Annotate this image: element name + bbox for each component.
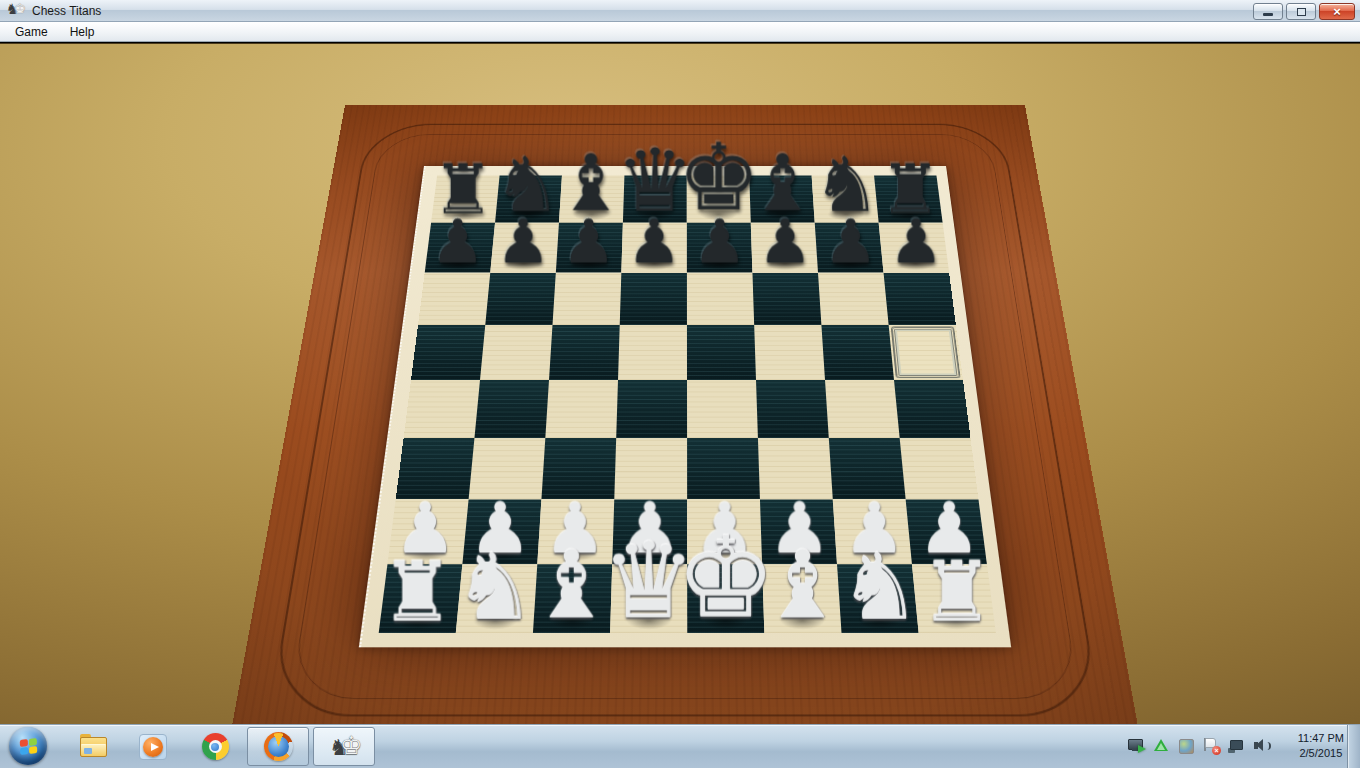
square-a5[interactable] (411, 325, 485, 380)
system-tray: × (1128, 738, 1270, 754)
square-c6[interactable] (552, 273, 621, 325)
square-a4[interactable] (404, 380, 480, 438)
menu-help[interactable]: Help (61, 23, 104, 41)
square-g6[interactable] (818, 273, 889, 325)
minimize-icon (1263, 13, 1273, 16)
square-h6[interactable] (884, 273, 956, 325)
clock-date: 2/5/2015 (1298, 746, 1344, 761)
taskbar-item-chess-titans[interactable]: ♞♚ (313, 727, 375, 766)
taskbar: ♞♚ × 11:47 PM 2/5/2015 (0, 724, 1360, 768)
restore-button[interactable] (1286, 3, 1316, 20)
white-rook[interactable]: ♜ (896, 552, 1018, 631)
taskbar-clock[interactable]: 11:47 PM 2/5/2015 (1298, 731, 1344, 761)
volume-icon[interactable] (1253, 738, 1270, 754)
taskbar-item-firefox[interactable] (247, 727, 309, 766)
square-e4[interactable] (687, 380, 758, 438)
square-a6[interactable] (418, 273, 490, 325)
taskbar-item-chrome[interactable] (190, 727, 240, 766)
window-title: Chess Titans (32, 4, 101, 18)
square-a1[interactable]: ♜ (379, 564, 463, 633)
restore-icon (1297, 8, 1306, 16)
network-icon[interactable] (1228, 738, 1245, 754)
board-frame: ♜♞♝♛♚♝♞♜♟♟♟♟♟♟♟♟♟♟♟♟♟♟♟♟♜♞♝♛♚♝♞♜ (359, 166, 1011, 647)
square-h7[interactable]: ♟ (879, 223, 949, 273)
white-rook[interactable]: ♜ (357, 552, 479, 631)
green-triangle-icon[interactable] (1153, 738, 1170, 754)
minimize-button[interactable] (1253, 3, 1283, 20)
square-d1[interactable]: ♛ (610, 564, 687, 633)
square-h1[interactable]: ♜ (912, 564, 996, 633)
square-b6[interactable] (485, 273, 556, 325)
square-h4[interactable] (894, 380, 971, 438)
square-d5[interactable] (618, 325, 687, 380)
chess-board: ♜♞♝♛♚♝♞♜♟♟♟♟♟♟♟♟♟♟♟♟♟♟♟♟♜♞♝♛♚♝♞♜ (379, 175, 996, 632)
square-c5[interactable] (549, 325, 620, 380)
taskbar-item-media-player[interactable] (128, 727, 178, 766)
monitor-green-arrow-icon[interactable] (1128, 738, 1145, 754)
firefox-icon (264, 732, 293, 761)
square-f6[interactable] (752, 273, 821, 325)
square-b5[interactable] (480, 325, 552, 380)
square-g4[interactable] (825, 380, 900, 438)
menu-bar: Game Help (0, 22, 1360, 42)
square-d6[interactable] (620, 273, 687, 325)
taskbar-item-explorer[interactable] (68, 727, 118, 766)
chess-icon: ♞♚ (329, 733, 359, 761)
square-g5[interactable] (821, 325, 894, 380)
square-d4[interactable] (616, 380, 687, 438)
square-c4[interactable] (545, 380, 618, 438)
square-e5[interactable] (687, 325, 756, 380)
windows-logo-icon (19, 738, 37, 755)
close-icon: × (1333, 5, 1341, 18)
folder-icon (80, 737, 107, 757)
white-queen[interactable]: ♛ (588, 531, 710, 631)
chrome-icon (202, 733, 229, 760)
clock-time: 11:47 PM (1298, 731, 1344, 746)
square-b4[interactable] (474, 380, 549, 438)
action-center-flag-error-icon[interactable]: × (1203, 738, 1220, 754)
chess-titans-app-icon: ♞♚ (6, 3, 26, 19)
title-bar: ♞♚ Chess Titans × (0, 0, 1360, 22)
square-h5[interactable] (889, 325, 963, 380)
square-f5[interactable] (754, 325, 825, 380)
start-button[interactable] (9, 727, 47, 765)
show-desktop-button[interactable] (1347, 725, 1360, 768)
media-player-icon (139, 734, 167, 760)
close-button[interactable]: × (1319, 3, 1355, 20)
menu-game[interactable]: Game (6, 23, 57, 41)
colored-app-icon[interactable] (1178, 738, 1195, 754)
game-viewport: ♜♞♝♛♚♝♞♜♟♟♟♟♟♟♟♟♟♟♟♟♟♟♟♟♜♞♝♛♚♝♞♜ (0, 43, 1360, 726)
black-pawn[interactable]: ♟ (864, 213, 967, 271)
square-e6[interactable] (687, 273, 754, 325)
square-f4[interactable] (756, 380, 829, 438)
